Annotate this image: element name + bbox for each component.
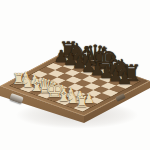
piece-black-pawn[interactable]: ♟ <box>117 70 132 87</box>
piece-white-rook[interactable]: ♜ <box>75 95 88 110</box>
product-photo: ♜♞♝♛♚♝♞♜♟♟♟♟♟♟♟♟♟♟♟♟♟♟♟♟♜♞♝♛♚♝♞♜ <box>0 0 150 150</box>
